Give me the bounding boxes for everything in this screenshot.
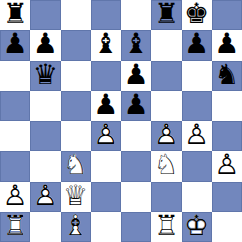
square-g2[interactable] (182, 182, 212, 212)
piece-black-rook[interactable]: ♜ (3, 0, 28, 28)
piece-white-pawn[interactable]: ♟♙ (0, 182, 30, 212)
piece-outline-glyph: ♙ (30, 182, 60, 211)
square-f4[interactable]: ♟♙ (151, 121, 181, 151)
square-b5[interactable] (30, 91, 60, 121)
square-e3[interactable] (121, 151, 151, 181)
square-f5[interactable] (151, 91, 181, 121)
piece-outline-glyph: ♕ (61, 182, 91, 211)
square-e4[interactable] (121, 121, 151, 151)
square-a4[interactable] (0, 121, 30, 151)
square-b7[interactable]: ♟ (30, 30, 60, 60)
square-d7[interactable]: ♝ (91, 30, 121, 60)
piece-black-bishop[interactable]: ♝ (93, 30, 118, 58)
square-a3[interactable] (0, 151, 30, 181)
piece-black-bishop[interactable]: ♝ (124, 30, 149, 58)
piece-outline-glyph: ♘ (151, 151, 181, 180)
piece-white-queen[interactable]: ♛♕ (61, 182, 91, 212)
square-c5[interactable] (61, 91, 91, 121)
square-c2[interactable]: ♛♕ (61, 182, 91, 212)
piece-black-king[interactable]: ♚ (184, 0, 209, 28)
square-f2[interactable] (151, 182, 181, 212)
square-d5[interactable]: ♟ (91, 91, 121, 121)
piece-white-pawn[interactable]: ♟♙ (182, 121, 212, 151)
piece-outline-glyph: ♙ (182, 121, 212, 150)
piece-white-bishop[interactable]: ♝♗ (61, 212, 91, 242)
piece-black-queen[interactable]: ♛ (33, 61, 58, 89)
square-h8[interactable] (212, 0, 242, 30)
piece-outline-glyph: ♔ (182, 212, 212, 241)
square-b4[interactable] (30, 121, 60, 151)
square-d3[interactable] (91, 151, 121, 181)
square-g5[interactable] (182, 91, 212, 121)
piece-white-rook[interactable]: ♜♖ (151, 212, 181, 242)
square-b1[interactable] (30, 212, 60, 242)
square-c6[interactable] (61, 61, 91, 91)
square-a1[interactable]: ♜♖ (0, 212, 30, 242)
square-d8[interactable] (91, 0, 121, 30)
square-b8[interactable] (30, 0, 60, 30)
piece-white-pawn[interactable]: ♟♙ (91, 121, 121, 151)
square-e6[interactable]: ♟ (121, 61, 151, 91)
square-c4[interactable] (61, 121, 91, 151)
square-a6[interactable] (0, 61, 30, 91)
square-e7[interactable]: ♝ (121, 30, 151, 60)
piece-black-pawn[interactable]: ♟ (33, 30, 58, 58)
piece-white-rook[interactable]: ♜♖ (0, 212, 30, 242)
square-c3[interactable]: ♞♘ (61, 151, 91, 181)
square-d4[interactable]: ♟♙ (91, 121, 121, 151)
piece-outline-glyph: ♖ (151, 212, 181, 241)
square-b3[interactable] (30, 151, 60, 181)
square-e1[interactable] (121, 212, 151, 242)
piece-outline-glyph: ♖ (0, 212, 30, 241)
piece-outline-glyph: ♙ (91, 121, 121, 150)
square-h4[interactable] (212, 121, 242, 151)
piece-black-pawn[interactable]: ♟ (214, 30, 239, 58)
piece-white-knight[interactable]: ♞♘ (151, 151, 181, 181)
piece-black-pawn[interactable]: ♟ (184, 30, 209, 58)
square-g6[interactable] (182, 61, 212, 91)
square-f3[interactable]: ♞♘ (151, 151, 181, 181)
square-b2[interactable]: ♟♙ (30, 182, 60, 212)
square-d2[interactable] (91, 182, 121, 212)
square-h7[interactable]: ♟ (212, 30, 242, 60)
square-g3[interactable] (182, 151, 212, 181)
square-d6[interactable] (91, 61, 121, 91)
piece-outline-glyph: ♙ (151, 121, 181, 150)
piece-white-pawn[interactable]: ♟♙ (212, 151, 242, 181)
square-c7[interactable] (61, 30, 91, 60)
square-g7[interactable]: ♟ (182, 30, 212, 60)
piece-outline-glyph: ♙ (212, 151, 242, 180)
piece-outline-glyph: ♙ (0, 182, 30, 211)
piece-outline-glyph: ♘ (61, 151, 91, 180)
square-f7[interactable] (151, 30, 181, 60)
square-a8[interactable]: ♜ (0, 0, 30, 30)
square-a7[interactable]: ♟ (0, 30, 30, 60)
piece-black-pawn[interactable]: ♟ (124, 91, 149, 119)
square-a5[interactable] (0, 91, 30, 121)
piece-white-knight[interactable]: ♞♘ (61, 151, 91, 181)
piece-white-king[interactable]: ♚♔ (182, 212, 212, 242)
square-h3[interactable]: ♟♙ (212, 151, 242, 181)
square-e2[interactable] (121, 182, 151, 212)
piece-outline-glyph: ♗ (61, 212, 91, 241)
piece-white-pawn[interactable]: ♟♙ (30, 182, 60, 212)
piece-black-knight[interactable]: ♞ (214, 61, 239, 89)
square-f6[interactable] (151, 61, 181, 91)
square-g1[interactable]: ♚♔ (182, 212, 212, 242)
square-g8[interactable]: ♚ (182, 0, 212, 30)
square-c8[interactable] (61, 0, 91, 30)
square-f1[interactable]: ♜♖ (151, 212, 181, 242)
square-b6[interactable]: ♛ (30, 61, 60, 91)
piece-black-pawn[interactable]: ♟ (124, 61, 149, 89)
piece-black-pawn[interactable]: ♟ (93, 91, 118, 119)
square-e5[interactable]: ♟ (121, 91, 151, 121)
piece-black-pawn[interactable]: ♟ (3, 30, 28, 58)
square-h1[interactable] (212, 212, 242, 242)
square-c1[interactable]: ♝♗ (61, 212, 91, 242)
square-f8[interactable]: ♜ (151, 0, 181, 30)
chess-board: ♜♜♚♟♟♝♝♟♟♛♟♞♟♟♟♙♟♙♟♙♞♘♞♘♟♙♟♙♟♙♛♕♜♖♝♗♜♖♚♔ (0, 0, 242, 242)
square-a2[interactable]: ♟♙ (0, 182, 30, 212)
piece-black-rook[interactable]: ♜ (154, 0, 179, 28)
square-e8[interactable] (121, 0, 151, 30)
piece-white-pawn[interactable]: ♟♙ (151, 121, 181, 151)
square-h2[interactable] (212, 182, 242, 212)
square-h6[interactable]: ♞ (212, 61, 242, 91)
square-g4[interactable]: ♟♙ (182, 121, 212, 151)
square-d1[interactable] (91, 212, 121, 242)
square-h5[interactable] (212, 91, 242, 121)
